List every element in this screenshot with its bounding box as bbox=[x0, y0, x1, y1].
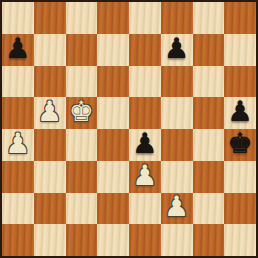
square-g2[interactable] bbox=[193, 193, 225, 225]
white-pawn[interactable]: ♟ bbox=[164, 193, 189, 221]
square-a3[interactable] bbox=[2, 161, 34, 193]
square-f7[interactable]: ♟ bbox=[161, 34, 193, 66]
black-pawn[interactable]: ♟ bbox=[228, 98, 253, 126]
square-e5[interactable] bbox=[129, 97, 161, 129]
square-g4[interactable] bbox=[193, 129, 225, 161]
square-b8[interactable] bbox=[34, 2, 66, 34]
square-c7[interactable] bbox=[66, 34, 98, 66]
square-a4[interactable]: ♟ bbox=[2, 129, 34, 161]
square-g8[interactable] bbox=[193, 2, 225, 34]
square-b1[interactable] bbox=[34, 224, 66, 256]
square-c1[interactable] bbox=[66, 224, 98, 256]
square-h2[interactable] bbox=[224, 193, 256, 225]
square-a5[interactable] bbox=[2, 97, 34, 129]
white-king[interactable]: ♚ bbox=[69, 98, 94, 126]
square-c5[interactable]: ♚ bbox=[66, 97, 98, 129]
square-b5[interactable]: ♟ bbox=[34, 97, 66, 129]
square-d3[interactable] bbox=[97, 161, 129, 193]
chess-board-frame: ♟♟♟♚♟♟♟♚♟♟ bbox=[0, 0, 258, 258]
square-f4[interactable] bbox=[161, 129, 193, 161]
white-pawn[interactable]: ♟ bbox=[132, 162, 157, 190]
square-d2[interactable] bbox=[97, 193, 129, 225]
square-d5[interactable] bbox=[97, 97, 129, 129]
square-g5[interactable] bbox=[193, 97, 225, 129]
square-d1[interactable] bbox=[97, 224, 129, 256]
square-g1[interactable] bbox=[193, 224, 225, 256]
square-a6[interactable] bbox=[2, 66, 34, 98]
square-g6[interactable] bbox=[193, 66, 225, 98]
square-d7[interactable] bbox=[97, 34, 129, 66]
black-pawn[interactable]: ♟ bbox=[132, 130, 157, 158]
square-f1[interactable] bbox=[161, 224, 193, 256]
square-h6[interactable] bbox=[224, 66, 256, 98]
square-b2[interactable] bbox=[34, 193, 66, 225]
black-pawn[interactable]: ♟ bbox=[164, 35, 189, 63]
square-a7[interactable]: ♟ bbox=[2, 34, 34, 66]
square-c2[interactable] bbox=[66, 193, 98, 225]
square-b4[interactable] bbox=[34, 129, 66, 161]
white-pawn[interactable]: ♟ bbox=[37, 98, 62, 126]
square-e3[interactable]: ♟ bbox=[129, 161, 161, 193]
square-g7[interactable] bbox=[193, 34, 225, 66]
square-f2[interactable]: ♟ bbox=[161, 193, 193, 225]
square-a1[interactable] bbox=[2, 224, 34, 256]
square-h3[interactable] bbox=[224, 161, 256, 193]
square-h1[interactable] bbox=[224, 224, 256, 256]
black-king[interactable]: ♚ bbox=[228, 130, 253, 158]
square-e2[interactable] bbox=[129, 193, 161, 225]
square-h7[interactable] bbox=[224, 34, 256, 66]
black-pawn[interactable]: ♟ bbox=[5, 35, 30, 63]
square-f8[interactable] bbox=[161, 2, 193, 34]
square-h8[interactable] bbox=[224, 2, 256, 34]
square-c8[interactable] bbox=[66, 2, 98, 34]
chess-board: ♟♟♟♚♟♟♟♚♟♟ bbox=[2, 2, 256, 256]
square-e8[interactable] bbox=[129, 2, 161, 34]
square-a2[interactable] bbox=[2, 193, 34, 225]
square-b7[interactable] bbox=[34, 34, 66, 66]
square-e1[interactable] bbox=[129, 224, 161, 256]
square-f5[interactable] bbox=[161, 97, 193, 129]
square-h4[interactable]: ♚ bbox=[224, 129, 256, 161]
white-pawn[interactable]: ♟ bbox=[5, 130, 30, 158]
square-f3[interactable] bbox=[161, 161, 193, 193]
square-c4[interactable] bbox=[66, 129, 98, 161]
square-d6[interactable] bbox=[97, 66, 129, 98]
square-h5[interactable]: ♟ bbox=[224, 97, 256, 129]
square-e6[interactable] bbox=[129, 66, 161, 98]
square-c3[interactable] bbox=[66, 161, 98, 193]
square-f6[interactable] bbox=[161, 66, 193, 98]
square-b3[interactable] bbox=[34, 161, 66, 193]
square-e4[interactable]: ♟ bbox=[129, 129, 161, 161]
square-d8[interactable] bbox=[97, 2, 129, 34]
square-e7[interactable] bbox=[129, 34, 161, 66]
square-a8[interactable] bbox=[2, 2, 34, 34]
square-b6[interactable] bbox=[34, 66, 66, 98]
square-g3[interactable] bbox=[193, 161, 225, 193]
square-d4[interactable] bbox=[97, 129, 129, 161]
square-c6[interactable] bbox=[66, 66, 98, 98]
